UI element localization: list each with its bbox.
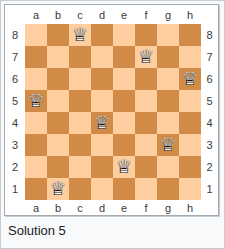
white-queen-outline-glyph: ♕ (91, 112, 113, 134)
square-d8 (91, 24, 113, 46)
square-h7 (179, 46, 201, 68)
rank-label-right-7: 7 (201, 46, 218, 68)
white-queen-outline-glyph: ♕ (113, 156, 135, 178)
white-queen: ♛♕ (47, 178, 69, 200)
file-label-bottom-a: a (25, 200, 47, 215)
square-f4 (135, 112, 157, 134)
square-a8 (25, 24, 47, 46)
square-f8 (135, 24, 157, 46)
square-b1: ♛♕ (47, 178, 69, 200)
square-c3 (69, 134, 91, 156)
corner-bottom-left (5, 200, 25, 215)
white-queen-outline-glyph: ♕ (47, 178, 69, 200)
square-a2 (25, 156, 47, 178)
rank-label-left-3: 3 (5, 134, 25, 156)
square-a5: ♛♕ (25, 90, 47, 112)
square-a7 (25, 46, 47, 68)
file-label-top-h: h (179, 5, 201, 24)
white-queen: ♛♕ (113, 156, 135, 178)
caption: Solution 5 (1, 216, 224, 238)
rank-label-right-8: 8 (201, 24, 218, 46)
rank-label-right-2: 2 (201, 156, 218, 178)
square-a6 (25, 68, 47, 90)
square-c6 (69, 68, 91, 90)
square-h4 (179, 112, 201, 134)
file-label-top-f: f (135, 5, 157, 24)
square-b3 (47, 134, 69, 156)
white-queen-outline-glyph: ♕ (157, 134, 179, 156)
square-e4 (113, 112, 135, 134)
white-queen: ♛♕ (91, 112, 113, 134)
square-f5 (135, 90, 157, 112)
corner-top-left (5, 5, 25, 24)
rank-label-left-1: 1 (5, 178, 25, 200)
white-queen: ♛♕ (135, 46, 157, 68)
square-c2 (69, 156, 91, 178)
corner-bottom-right (201, 200, 218, 215)
square-e6 (113, 68, 135, 90)
rank-label-left-6: 6 (5, 68, 25, 90)
square-h2 (179, 156, 201, 178)
square-g1 (157, 178, 179, 200)
square-g3: ♛♕ (157, 134, 179, 156)
file-label-top-d: d (91, 5, 113, 24)
square-d2 (91, 156, 113, 178)
square-e1 (113, 178, 135, 200)
square-f6 (135, 68, 157, 90)
square-h8 (179, 24, 201, 46)
square-c5 (69, 90, 91, 112)
file-label-top-c: c (69, 5, 91, 24)
square-f2 (135, 156, 157, 178)
file-label-top-a: a (25, 5, 47, 24)
square-b8 (47, 24, 69, 46)
square-g5 (157, 90, 179, 112)
square-c7 (69, 46, 91, 68)
square-a4 (25, 112, 47, 134)
square-a1 (25, 178, 47, 200)
square-e8 (113, 24, 135, 46)
square-g7 (157, 46, 179, 68)
white-queen: ♛♕ (179, 68, 201, 90)
square-g2 (157, 156, 179, 178)
white-queen-outline-glyph: ♕ (135, 46, 157, 68)
square-e2: ♛♕ (113, 156, 135, 178)
square-d1 (91, 178, 113, 200)
square-d3 (91, 134, 113, 156)
file-label-top-e: e (113, 5, 135, 24)
square-d7 (91, 46, 113, 68)
white-queen: ♛♕ (69, 24, 91, 46)
white-queen: ♛♕ (157, 134, 179, 156)
square-g8 (157, 24, 179, 46)
rank-label-left-2: 2 (5, 156, 25, 178)
rank-label-left-4: 4 (5, 112, 25, 134)
file-label-bottom-b: b (47, 200, 69, 215)
white-queen-outline-glyph: ♕ (69, 24, 91, 46)
file-label-bottom-g: g (157, 200, 179, 215)
board-grid: abcdefgh8♛♕87♛♕76♛♕65♛♕54♛♕43♛♕32♛♕21♛♕1… (5, 5, 218, 215)
file-label-top-b: b (47, 5, 69, 24)
white-queen: ♛♕ (25, 90, 47, 112)
rank-label-right-1: 1 (201, 178, 218, 200)
thumbnail-frame: abcdefgh8♛♕87♛♕76♛♕65♛♕54♛♕43♛♕32♛♕21♛♕1… (0, 0, 225, 249)
square-g6 (157, 68, 179, 90)
square-f7: ♛♕ (135, 46, 157, 68)
rank-label-right-3: 3 (201, 134, 218, 156)
square-c1 (69, 178, 91, 200)
file-label-bottom-e: e (113, 200, 135, 215)
square-e7 (113, 46, 135, 68)
square-e5 (113, 90, 135, 112)
file-label-bottom-d: d (91, 200, 113, 215)
square-h5 (179, 90, 201, 112)
rank-label-right-5: 5 (201, 90, 218, 112)
file-label-bottom-c: c (69, 200, 91, 215)
rank-label-left-5: 5 (5, 90, 25, 112)
square-b2 (47, 156, 69, 178)
square-d4: ♛♕ (91, 112, 113, 134)
rank-label-right-6: 6 (201, 68, 218, 90)
square-d6 (91, 68, 113, 90)
rank-label-right-4: 4 (201, 112, 218, 134)
square-b4 (47, 112, 69, 134)
square-a3 (25, 134, 47, 156)
corner-top-right (201, 5, 218, 24)
square-b5 (47, 90, 69, 112)
rank-label-left-8: 8 (5, 24, 25, 46)
square-f1 (135, 178, 157, 200)
square-h3 (179, 134, 201, 156)
file-label-top-g: g (157, 5, 179, 24)
square-g4 (157, 112, 179, 134)
square-f3 (135, 134, 157, 156)
square-h1 (179, 178, 201, 200)
square-h6: ♛♕ (179, 68, 201, 90)
square-b6 (47, 68, 69, 90)
square-e3 (113, 134, 135, 156)
file-label-bottom-f: f (135, 200, 157, 215)
file-label-bottom-h: h (179, 200, 201, 215)
chess-diagram[interactable]: abcdefgh8♛♕87♛♕76♛♕65♛♕54♛♕43♛♕32♛♕21♛♕1… (4, 4, 219, 216)
square-d5 (91, 90, 113, 112)
square-b7 (47, 46, 69, 68)
square-c8: ♛♕ (69, 24, 91, 46)
square-c4 (69, 112, 91, 134)
white-queen-outline-glyph: ♕ (25, 90, 47, 112)
white-queen-outline-glyph: ♕ (179, 68, 201, 90)
rank-label-left-7: 7 (5, 46, 25, 68)
